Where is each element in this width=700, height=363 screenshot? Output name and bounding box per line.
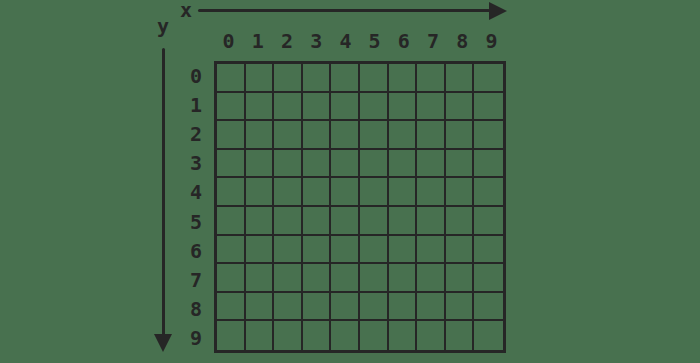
grid-cell [274, 178, 303, 207]
grid-cell [417, 236, 446, 265]
grid-cell [446, 293, 475, 322]
column-label-9: 9 [485, 29, 497, 53]
grid-cell [246, 293, 275, 322]
grid-cell [246, 121, 275, 150]
grid-cell [360, 321, 389, 350]
grid-cell [360, 64, 389, 93]
grid-cell [274, 93, 303, 122]
grid-cell [389, 150, 418, 179]
grid-cell [246, 207, 275, 236]
grid-cell [360, 236, 389, 265]
column-label-1: 1 [252, 29, 264, 53]
x-axis-label: x [177, 0, 195, 21]
x-axis-arrowhead-icon [489, 2, 507, 20]
row-label-5: 5 [190, 210, 204, 234]
grid-cell [360, 178, 389, 207]
grid-cell [446, 264, 475, 293]
row-label-0: 0 [190, 64, 204, 88]
grid-cell [474, 93, 503, 122]
grid-cell [217, 321, 246, 350]
grid-cell [246, 264, 275, 293]
grid-cell [389, 93, 418, 122]
grid-cell [360, 150, 389, 179]
grid-cell [417, 121, 446, 150]
column-label-6: 6 [398, 29, 410, 53]
grid-cell [217, 121, 246, 150]
grid-cell [474, 236, 503, 265]
grid-cell [274, 64, 303, 93]
grid-cell [303, 64, 332, 93]
column-label-7: 7 [427, 29, 439, 53]
grid-cell [360, 264, 389, 293]
grid-cell [360, 121, 389, 150]
grid-cell [331, 121, 360, 150]
grid-cell [360, 293, 389, 322]
grid-cell [417, 293, 446, 322]
grid-cell [217, 178, 246, 207]
row-label-8: 8 [190, 297, 204, 321]
grid-cell [303, 178, 332, 207]
y-axis-label: y [154, 15, 172, 37]
y-axis-arrow [162, 48, 165, 335]
grid-cell [446, 121, 475, 150]
grid-cell [246, 93, 275, 122]
column-label-5: 5 [369, 29, 381, 53]
grid-cell [446, 236, 475, 265]
grid-cell [331, 93, 360, 122]
grid-cell [274, 121, 303, 150]
grid-cell [389, 264, 418, 293]
grid-cell [417, 207, 446, 236]
grid-cell [217, 236, 246, 265]
grid-cell [303, 207, 332, 236]
grid-cell [217, 150, 246, 179]
grid-cell [446, 207, 475, 236]
grid-cell [417, 178, 446, 207]
grid-board [214, 61, 506, 353]
grid-cell [303, 264, 332, 293]
grid-cell [389, 64, 418, 93]
grid-cell [389, 293, 418, 322]
grid-cell [446, 321, 475, 350]
grid-cell [446, 178, 475, 207]
row-label-4: 4 [190, 180, 204, 204]
grid-cell [331, 64, 360, 93]
grid-cell [331, 150, 360, 179]
row-label-3: 3 [190, 151, 204, 175]
row-label-9: 9 [190, 326, 204, 350]
grid-cell [303, 150, 332, 179]
grid-cell [446, 93, 475, 122]
grid-cell [360, 93, 389, 122]
column-labels: 0123456789 [214, 29, 506, 53]
grid-cell [417, 264, 446, 293]
grid-cell [417, 64, 446, 93]
grid-cell [474, 207, 503, 236]
grid-cell [274, 236, 303, 265]
grid-cell [446, 150, 475, 179]
grid-cell [331, 293, 360, 322]
grid-cell [331, 236, 360, 265]
grid-cell [331, 207, 360, 236]
grid-cell [274, 321, 303, 350]
grid-cell [246, 236, 275, 265]
grid-cell [474, 293, 503, 322]
column-label-2: 2 [281, 29, 293, 53]
grid-cell [389, 121, 418, 150]
grid-cell [303, 121, 332, 150]
grid-cell [217, 64, 246, 93]
grid-cell [246, 178, 275, 207]
row-label-6: 6 [190, 239, 204, 263]
grid-cell [474, 150, 503, 179]
grid-cell [331, 178, 360, 207]
grid-cell [331, 321, 360, 350]
grid-cell [303, 293, 332, 322]
grid-cell [303, 93, 332, 122]
row-label-2: 2 [190, 122, 204, 146]
grid-cell [303, 236, 332, 265]
grid-cell [417, 321, 446, 350]
grid-cell [474, 64, 503, 93]
grid-cell [246, 64, 275, 93]
column-label-3: 3 [310, 29, 322, 53]
row-label-7: 7 [190, 268, 204, 292]
column-label-0: 0 [223, 29, 235, 53]
grid-cell [360, 207, 389, 236]
coordinate-grid-figure: x y 0123456789 0123456789 [0, 0, 700, 363]
grid-cell [474, 121, 503, 150]
grid-cell [274, 293, 303, 322]
row-label-1: 1 [190, 93, 204, 117]
row-labels: 0123456789 [166, 61, 204, 353]
grid-cell [274, 207, 303, 236]
grid-cell [474, 321, 503, 350]
grid-cell [389, 178, 418, 207]
grid-cell [389, 236, 418, 265]
grid-cell [217, 93, 246, 122]
grid-cell [389, 207, 418, 236]
column-label-4: 4 [339, 29, 351, 53]
grid-cell [303, 321, 332, 350]
grid-cell [446, 64, 475, 93]
grid-cell [274, 150, 303, 179]
x-axis-arrow [198, 9, 490, 12]
grid-cell [389, 321, 418, 350]
grid-cell [246, 150, 275, 179]
grid-cell [474, 264, 503, 293]
grid-cell [246, 321, 275, 350]
column-label-8: 8 [456, 29, 468, 53]
grid-cell [331, 264, 360, 293]
grid-cell [217, 207, 246, 236]
grid-cell [274, 264, 303, 293]
grid-cell [474, 178, 503, 207]
grid-cell [417, 150, 446, 179]
grid-cell [217, 293, 246, 322]
grid-cell [217, 264, 246, 293]
grid-cell [417, 93, 446, 122]
